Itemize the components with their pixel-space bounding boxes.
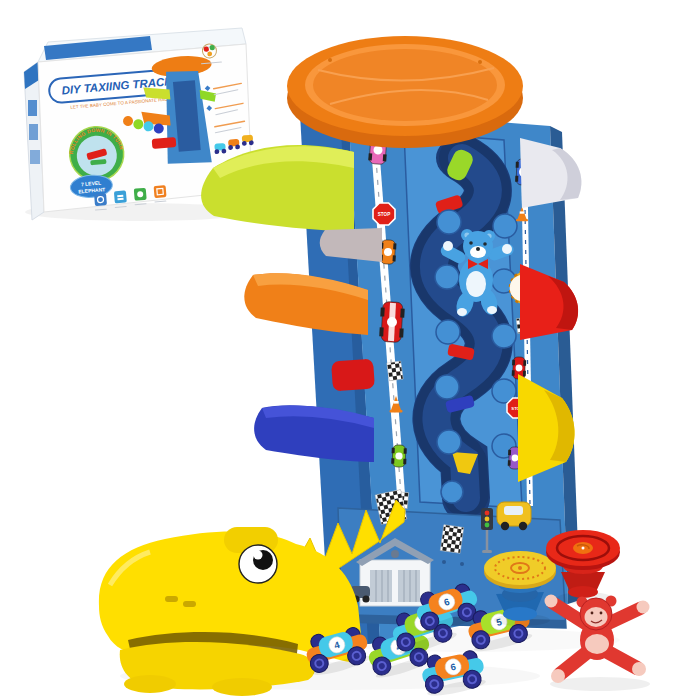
crocodile-nostril [165,596,178,602]
bear-foot [457,308,467,316]
box-icon-blue [94,193,107,206]
sticker-taxi [497,502,531,530]
ramp-red-small-left [331,359,375,392]
peg [437,430,461,454]
box-side-panel [29,124,38,140]
box-icon-lightblue [114,190,127,203]
bear-paw [443,241,453,251]
sticker-checkered-flag [387,361,403,381]
monkey-foot [632,662,646,676]
sticker-green-car [391,445,407,468]
bear-paw [502,244,512,254]
product-photo: DIY TAXIING TRACK LET THE BABY COME TO A… [0,0,700,700]
sticker-red-racecar [379,301,405,342]
crocodile-foot [124,675,176,693]
scene: DIY TAXIING TRACK LET THE BABY COME TO A… [0,0,700,700]
bear-foot [487,306,497,314]
box-icon-orange [154,185,167,198]
box-side-panel [30,150,40,164]
monkey-foot [551,669,565,683]
monkey-hand [545,595,558,608]
top-tray [287,36,523,148]
peg [437,210,461,234]
monkey-belly [585,634,609,654]
box-side-panel [28,100,37,116]
sticker-checkered-flag [440,525,463,554]
crocodile-foot [212,678,272,696]
mini-ramp-red [152,137,177,149]
stop-sign-label: STOP [378,212,390,217]
peg [492,324,516,348]
peg [493,214,517,238]
peg [441,481,463,503]
monkey-face [585,607,608,627]
sticker-stop-sign: STOP [373,203,395,225]
tray-plate [313,49,497,121]
spinner-foot [503,607,537,621]
crocodile-nostril [183,601,196,607]
peg [435,265,459,289]
peg [436,320,460,344]
spinner-foot [568,586,598,598]
bear-belly [466,271,486,297]
peg [435,375,459,399]
monkey-hand [637,601,650,614]
